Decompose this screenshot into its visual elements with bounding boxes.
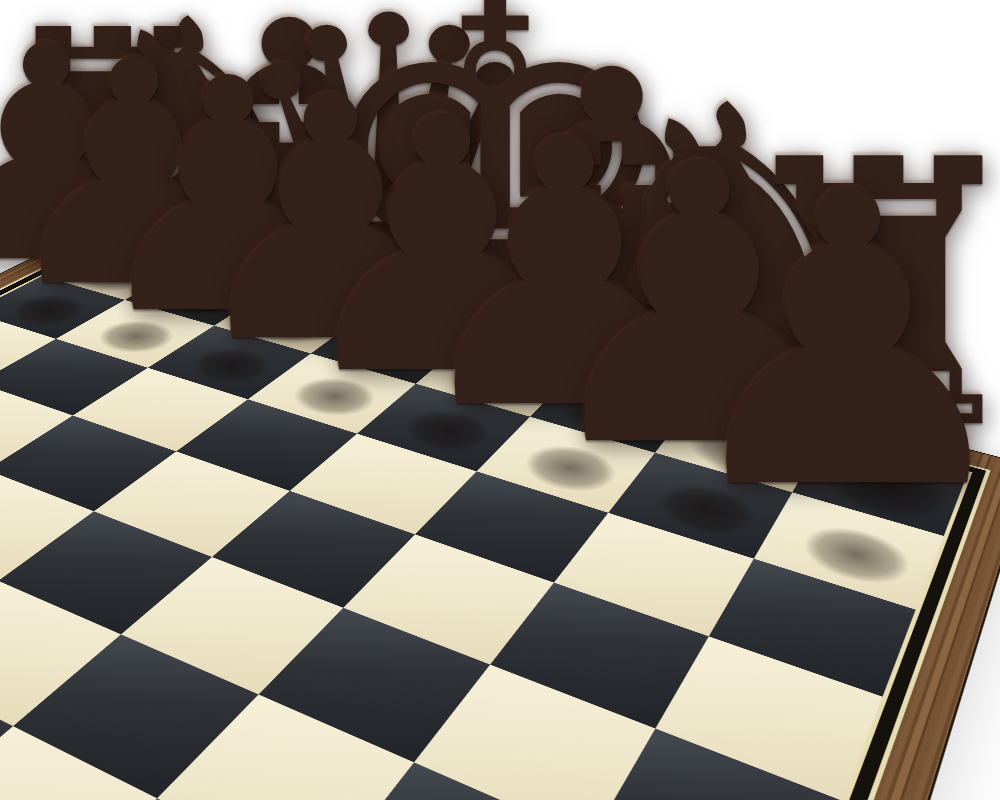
chess-set-photo: ♜♞♝♛♚♝♞♜♟♟♟♟♟♟♟♟ (0, 0, 1000, 800)
pawn-glyph: ♟ (548, 139, 1000, 545)
